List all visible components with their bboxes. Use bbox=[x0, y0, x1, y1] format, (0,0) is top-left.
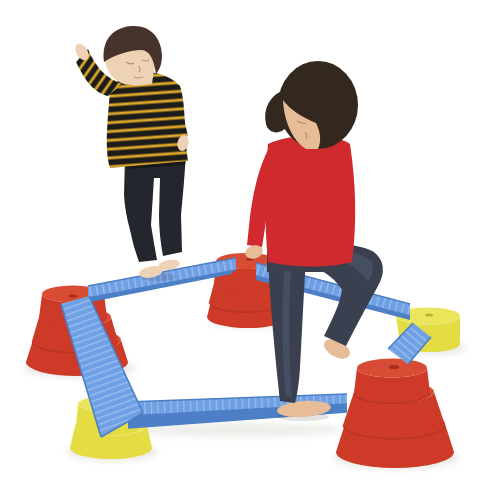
product-photo bbox=[0, 0, 500, 500]
stone-hole bbox=[389, 365, 399, 369]
stone-hole bbox=[69, 294, 78, 297]
stone-hole bbox=[425, 314, 433, 317]
girl-shirt bbox=[265, 136, 355, 267]
balance-course-scene bbox=[0, 0, 500, 500]
